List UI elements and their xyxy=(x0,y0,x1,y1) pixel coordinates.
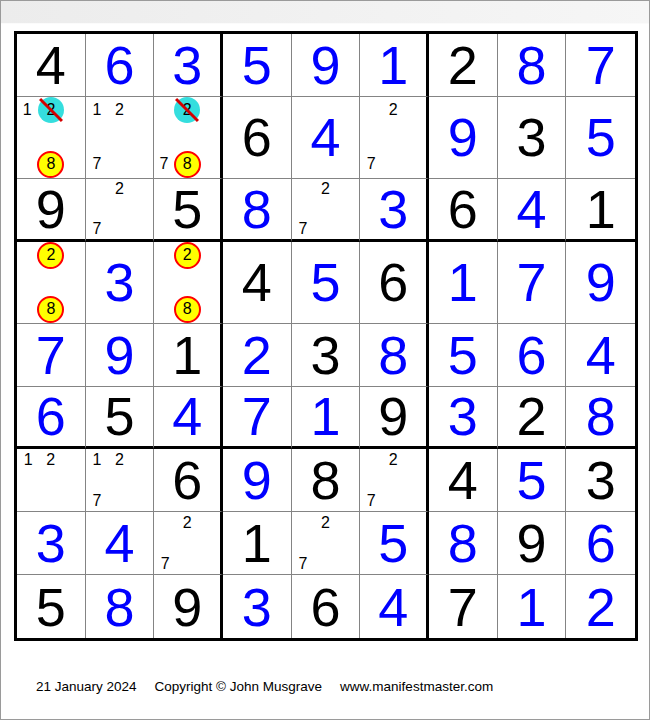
pencil-slot-8 xyxy=(108,151,131,178)
pencil-slot-1 xyxy=(86,179,109,199)
pencil-slot-6 xyxy=(62,470,85,491)
cell-r5c5[interactable]: 3 xyxy=(292,324,361,387)
cell-r3c3[interactable]: 5 xyxy=(154,179,223,242)
solved-digit: 9 xyxy=(310,38,340,92)
pencil-slot-7: 7 xyxy=(86,491,109,512)
cell-r9c1[interactable]: 5 xyxy=(17,575,86,638)
pencil-slot-5 xyxy=(40,470,63,491)
solved-digit: 6 xyxy=(516,328,546,382)
solved-digit: 8 xyxy=(104,580,134,634)
pencil-mark-7: 7 xyxy=(298,221,307,237)
pencil-mark-7: 7 xyxy=(92,156,101,172)
solved-digit: 1 xyxy=(516,580,546,634)
pencil-slot-1: 1 xyxy=(86,449,109,470)
cell-r3c6[interactable]: 3 xyxy=(360,179,429,242)
cell-r1c9[interactable]: 7 xyxy=(566,34,635,97)
cell-r6c4[interactable]: 7 xyxy=(223,387,292,450)
pencil-slot-1 xyxy=(292,512,315,533)
solved-digit: 8 xyxy=(586,389,616,443)
pencil-slot-4 xyxy=(17,269,37,296)
pencil-slot-8: 8 xyxy=(174,151,201,178)
pencil-slot-9 xyxy=(404,491,426,512)
cell-r8c9[interactable]: 6 xyxy=(566,512,635,575)
pencil-slot-3 xyxy=(198,512,220,533)
pencil-slot-2: 2 xyxy=(382,449,404,470)
cell-r4c5[interactable]: 5 xyxy=(292,242,361,324)
pencil-mark-7: 7 xyxy=(92,221,101,237)
pencil-slot-6 xyxy=(131,124,154,151)
cell-r7c9[interactable]: 3 xyxy=(566,449,635,512)
pencil-slot-9 xyxy=(64,151,84,178)
pencil-mark-2: 2 xyxy=(115,452,124,468)
given-digit: 6 xyxy=(378,255,408,309)
pencil-slot-8 xyxy=(314,554,337,575)
pencil-slot-6 xyxy=(131,199,154,219)
pencil-slot-1 xyxy=(17,242,37,269)
solved-digit: 4 xyxy=(516,182,546,236)
pencil-slot-9 xyxy=(64,296,84,323)
pencil-slot-4 xyxy=(154,269,173,296)
cell-r8c7[interactable]: 8 xyxy=(429,512,498,575)
solved-digit: 2 xyxy=(586,580,616,634)
cell-r5c9[interactable]: 4 xyxy=(566,324,635,387)
pencil-slot-6 xyxy=(64,269,84,296)
pencil-slot-5 xyxy=(108,199,131,219)
pencil-slot-3 xyxy=(131,179,154,199)
pencil-slot-7: 7 xyxy=(154,554,176,575)
solved-digit: 5 xyxy=(448,328,478,382)
pencil-slot-3 xyxy=(131,449,154,470)
cell-r7c4[interactable]: 9 xyxy=(223,449,292,512)
pencil-slot-8: 8 xyxy=(37,151,64,178)
cell-r4c1[interactable]: 28 xyxy=(17,242,86,324)
given-digit: 4 xyxy=(242,255,272,309)
pencil-mark-1: 1 xyxy=(92,102,101,118)
cell-r6c1[interactable]: 6 xyxy=(17,387,86,450)
pencil-slot-9 xyxy=(198,554,220,575)
cell-r5c8[interactable]: 6 xyxy=(498,324,567,387)
solved-digit: 7 xyxy=(516,255,546,309)
cell-r4c2[interactable]: 3 xyxy=(86,242,155,324)
cell-r1c7[interactable]: 2 xyxy=(429,34,498,97)
solved-digit: 8 xyxy=(448,516,478,570)
pencil-mark-7: 7 xyxy=(367,493,376,509)
given-digit: 1 xyxy=(242,516,272,570)
solved-digit: 8 xyxy=(242,182,272,236)
pencil-slot-3 xyxy=(62,449,85,470)
solved-digit: 3 xyxy=(378,182,408,236)
cell-r3c1[interactable]: 9 xyxy=(17,179,86,242)
cell-r9c3[interactable]: 9 xyxy=(154,575,223,638)
cell-r3c8[interactable]: 4 xyxy=(498,179,567,242)
sudoku-board: 4635912871281272786427935927582736412832… xyxy=(14,31,638,641)
pencil-grid: 12 xyxy=(17,449,85,511)
pencil-mark-7: 7 xyxy=(161,556,170,572)
given-digit: 4 xyxy=(448,453,478,507)
cell-r1c8[interactable]: 8 xyxy=(498,34,567,97)
cell-r5c6[interactable]: 8 xyxy=(360,324,429,387)
footer-website: www.manifestmaster.com xyxy=(340,679,493,694)
solved-digit: 4 xyxy=(378,580,408,634)
cell-r3c9[interactable]: 1 xyxy=(566,179,635,242)
pencil-slot-3 xyxy=(337,179,360,199)
pencil-grid: 27 xyxy=(86,179,154,239)
given-digit: 6 xyxy=(242,110,272,164)
pencil-slot-5 xyxy=(382,470,404,491)
pencil-mark-8-yellow-circle: 8 xyxy=(174,296,201,323)
pencil-mark-2-yellow-circle: 2 xyxy=(37,242,64,269)
cell-r2c5[interactable]: 4 xyxy=(292,97,361,179)
pencil-grid: 127 xyxy=(86,97,154,178)
cell-r1c2[interactable]: 6 xyxy=(86,34,155,97)
pencil-slot-9 xyxy=(404,151,426,178)
cell-r4c9[interactable]: 9 xyxy=(566,242,635,324)
cell-r7c7[interactable]: 4 xyxy=(429,449,498,512)
pencil-mark-2: 2 xyxy=(183,515,192,531)
cell-r5c4[interactable]: 2 xyxy=(223,324,292,387)
pencil-slot-5 xyxy=(314,533,337,554)
solved-digit: 3 xyxy=(36,516,66,570)
pencil-slot-1 xyxy=(360,97,382,124)
cell-r2c6[interactable]: 27 xyxy=(360,97,429,179)
cell-r2c1[interactable]: 128 xyxy=(17,97,86,179)
solved-digit: 4 xyxy=(586,328,616,382)
solved-digit: 8 xyxy=(516,38,546,92)
solved-digit: 4 xyxy=(172,389,202,443)
cell-r1c3[interactable]: 3 xyxy=(154,34,223,97)
cell-r9c2[interactable]: 8 xyxy=(86,575,155,638)
cell-r4c8[interactable]: 7 xyxy=(498,242,567,324)
footer-date: 21 January 2024 xyxy=(36,679,137,694)
given-digit: 6 xyxy=(448,182,478,236)
pencil-slot-4 xyxy=(292,199,315,219)
pencil-mark-1: 1 xyxy=(92,452,101,468)
pencil-grid: 127 xyxy=(86,449,154,511)
cell-r5c2[interactable]: 9 xyxy=(86,324,155,387)
given-digit: 1 xyxy=(586,182,616,236)
pencil-slot-9 xyxy=(62,491,85,512)
pencil-slot-1 xyxy=(154,512,176,533)
solved-digit: 4 xyxy=(310,110,340,164)
pencil-slot-2: 2 xyxy=(176,512,198,533)
pencil-slot-2: 2 xyxy=(37,242,64,269)
solved-digit: 7 xyxy=(242,389,272,443)
pencil-grid: 28 xyxy=(17,242,85,323)
pencil-mark-1: 1 xyxy=(24,452,33,468)
cell-r2c3[interactable]: 278 xyxy=(154,97,223,179)
cell-r7c2[interactable]: 127 xyxy=(86,449,155,512)
cell-r2c7[interactable]: 9 xyxy=(429,97,498,179)
pencil-slot-7: 7 xyxy=(86,151,109,178)
cell-r1c5[interactable]: 9 xyxy=(292,34,361,97)
cell-r6c8[interactable]: 2 xyxy=(498,387,567,450)
given-digit: 2 xyxy=(516,389,546,443)
pencil-slot-1 xyxy=(360,449,382,470)
pencil-slot-3 xyxy=(64,97,84,124)
cell-r8c3[interactable]: 27 xyxy=(154,512,223,575)
pencil-slot-4 xyxy=(360,124,382,151)
pencil-slot-4 xyxy=(17,124,37,151)
given-digit: 5 xyxy=(172,182,202,236)
footer: 21 January 2024 Copyright © John Musgrav… xyxy=(36,679,493,694)
cell-r7c6[interactable]: 27 xyxy=(360,449,429,512)
pencil-slot-6 xyxy=(337,199,360,219)
pencil-slot-8 xyxy=(382,151,404,178)
cell-r2c4[interactable]: 6 xyxy=(223,97,292,179)
cell-r4c7[interactable]: 1 xyxy=(429,242,498,324)
cell-r3c5[interactable]: 27 xyxy=(292,179,361,242)
given-digit: 5 xyxy=(36,580,66,634)
cell-r7c5[interactable]: 8 xyxy=(292,449,361,512)
solved-digit: 5 xyxy=(310,255,340,309)
solved-digit: 5 xyxy=(242,38,272,92)
cell-r8c4[interactable]: 1 xyxy=(223,512,292,575)
pencil-slot-2: 2 xyxy=(108,179,131,199)
solved-digit: 7 xyxy=(36,328,66,382)
pencil-slot-8 xyxy=(108,219,131,239)
cell-r8c2[interactable]: 4 xyxy=(86,512,155,575)
pencil-slot-2: 2 xyxy=(174,242,201,269)
pencil-slot-4 xyxy=(360,470,382,491)
cell-r5c3[interactable]: 1 xyxy=(154,324,223,387)
solved-digit: 5 xyxy=(586,110,616,164)
pencil-slot-3 xyxy=(131,97,154,124)
pencil-slot-2: 2 xyxy=(382,97,404,124)
pencil-slot-6 xyxy=(198,533,220,554)
cell-r3c4[interactable]: 8 xyxy=(223,179,292,242)
solved-digit: 9 xyxy=(104,328,134,382)
given-digit: 6 xyxy=(172,453,202,507)
solved-digit: 3 xyxy=(448,389,478,443)
cell-r4c6[interactable]: 6 xyxy=(360,242,429,324)
solved-digit: 7 xyxy=(586,38,616,92)
solved-digit: 8 xyxy=(378,328,408,382)
pencil-mark-2-cyan-strike: 2 xyxy=(38,97,64,123)
pencil-slot-8 xyxy=(176,554,198,575)
pencil-mark-2: 2 xyxy=(389,102,398,118)
cell-r9c4[interactable]: 3 xyxy=(223,575,292,638)
solved-digit: 2 xyxy=(242,328,272,382)
cell-r1c6[interactable]: 1 xyxy=(360,34,429,97)
cell-r8c8[interactable]: 9 xyxy=(498,512,567,575)
pencil-slot-1 xyxy=(292,179,315,199)
pencil-slot-8: 8 xyxy=(174,296,201,323)
cell-r8c5[interactable]: 27 xyxy=(292,512,361,575)
pencil-slot-5 xyxy=(314,199,337,219)
pencil-slot-8 xyxy=(108,491,131,512)
footer-copyright: Copyright © John Musgrave xyxy=(155,679,323,694)
solved-digit: 3 xyxy=(242,580,272,634)
cell-r7c3[interactable]: 6 xyxy=(154,449,223,512)
pencil-slot-3 xyxy=(201,97,220,124)
solved-digit: 9 xyxy=(586,255,616,309)
pencil-slot-2: 2 xyxy=(37,97,64,124)
solved-digit: 6 xyxy=(586,516,616,570)
cell-r6c9[interactable]: 8 xyxy=(566,387,635,450)
pencil-mark-8-yellow-circle: 8 xyxy=(37,296,64,323)
cell-r2c9[interactable]: 5 xyxy=(566,97,635,179)
cell-r6c3[interactable]: 4 xyxy=(154,387,223,450)
pencil-slot-4 xyxy=(154,533,176,554)
pencil-mark-2: 2 xyxy=(321,181,330,197)
pencil-slot-5 xyxy=(174,124,201,151)
pencil-mark-2: 2 xyxy=(115,102,124,118)
given-digit: 7 xyxy=(448,580,478,634)
pencil-slot-6 xyxy=(404,124,426,151)
solved-digit: 5 xyxy=(516,453,546,507)
pencil-slot-6 xyxy=(201,269,220,296)
given-digit: 3 xyxy=(310,328,340,382)
pencil-slot-7: 7 xyxy=(360,151,382,178)
cell-r9c8[interactable]: 1 xyxy=(498,575,567,638)
pencil-grid: 27 xyxy=(292,179,360,239)
sudoku-app-window: 4635912871281272786427935927582736412832… xyxy=(0,0,650,720)
pencil-slot-7 xyxy=(154,296,173,323)
cell-r3c2[interactable]: 27 xyxy=(86,179,155,242)
pencil-mark-2: 2 xyxy=(389,452,398,468)
given-digit: 9 xyxy=(36,182,66,236)
cell-r7c1[interactable]: 12 xyxy=(17,449,86,512)
pencil-slot-1 xyxy=(154,242,173,269)
pencil-slot-9 xyxy=(337,219,360,239)
pencil-slot-6 xyxy=(201,124,220,151)
pencil-slot-7: 7 xyxy=(360,491,382,512)
pencil-slot-1: 1 xyxy=(17,97,37,124)
pencil-slot-7: 7 xyxy=(292,219,315,239)
pencil-slot-1 xyxy=(154,97,173,124)
pencil-slot-3 xyxy=(404,449,426,470)
cell-r8c1[interactable]: 3 xyxy=(17,512,86,575)
pencil-grid: 128 xyxy=(17,97,85,178)
pencil-slot-2: 2 xyxy=(108,449,131,470)
pencil-mark-2: 2 xyxy=(46,452,55,468)
pencil-slot-9 xyxy=(131,219,154,239)
given-digit: 6 xyxy=(310,580,340,634)
pencil-slot-4 xyxy=(17,470,40,491)
cell-r1c1[interactable]: 4 xyxy=(17,34,86,97)
pencil-slot-9 xyxy=(201,151,220,178)
solved-digit: 1 xyxy=(310,389,340,443)
cell-r9c6[interactable]: 4 xyxy=(360,575,429,638)
pencil-slot-3 xyxy=(64,242,84,269)
given-digit: 9 xyxy=(172,580,202,634)
pencil-slot-8: 8 xyxy=(37,296,64,323)
pencil-grid: 278 xyxy=(154,97,220,178)
cell-r2c8[interactable]: 3 xyxy=(498,97,567,179)
pencil-slot-2: 2 xyxy=(314,512,337,533)
pencil-slot-2: 2 xyxy=(40,449,63,470)
pencil-mark-2-cyan-strike: 2 xyxy=(174,97,200,123)
pencil-slot-1: 1 xyxy=(17,449,40,470)
pencil-mark-7: 7 xyxy=(367,156,376,172)
cell-r6c7[interactable]: 3 xyxy=(429,387,498,450)
cell-r9c7[interactable]: 7 xyxy=(429,575,498,638)
pencil-slot-2: 2 xyxy=(314,179,337,199)
pencil-slot-7 xyxy=(17,296,37,323)
pencil-slot-7 xyxy=(17,151,37,178)
pencil-slot-5 xyxy=(37,124,64,151)
pencil-slot-3 xyxy=(337,512,360,533)
pencil-slot-8 xyxy=(382,491,404,512)
pencil-slot-8 xyxy=(40,491,63,512)
pencil-mark-7: 7 xyxy=(92,493,101,509)
pencil-slot-7: 7 xyxy=(86,219,109,239)
pencil-slot-5 xyxy=(176,533,198,554)
cell-r9c9[interactable]: 2 xyxy=(566,575,635,638)
pencil-mark-8-yellow-circle: 8 xyxy=(174,151,201,178)
pencil-mark-2: 2 xyxy=(115,181,124,197)
cell-r7c8[interactable]: 5 xyxy=(498,449,567,512)
solved-digit: 9 xyxy=(242,453,272,507)
cell-r8c6[interactable]: 5 xyxy=(360,512,429,575)
pencil-slot-1: 1 xyxy=(86,97,109,124)
pencil-slot-6 xyxy=(131,470,154,491)
cell-r9c5[interactable]: 6 xyxy=(292,575,361,638)
pencil-slot-2: 2 xyxy=(108,97,131,124)
pencil-slot-4 xyxy=(292,533,315,554)
solved-digit: 6 xyxy=(104,38,134,92)
pencil-mark-1: 1 xyxy=(23,102,32,118)
cell-r3c7[interactable]: 6 xyxy=(429,179,498,242)
pencil-slot-2: 2 xyxy=(174,97,201,124)
pencil-slot-9 xyxy=(131,151,154,178)
pencil-slot-3 xyxy=(201,242,220,269)
given-digit: 9 xyxy=(378,389,408,443)
given-digit: 1 xyxy=(172,328,202,382)
pencil-mark-8-yellow-circle: 8 xyxy=(37,151,64,178)
given-digit: 4 xyxy=(36,38,66,92)
pencil-grid: 28 xyxy=(154,242,220,323)
window-top-bar xyxy=(1,1,649,24)
pencil-slot-5 xyxy=(108,124,131,151)
pencil-slot-6 xyxy=(337,533,360,554)
pencil-mark-2-yellow-circle: 2 xyxy=(174,242,201,269)
solved-digit: 1 xyxy=(378,38,408,92)
cell-r6c6[interactable]: 9 xyxy=(360,387,429,450)
cell-r4c4[interactable]: 4 xyxy=(223,242,292,324)
pencil-mark-2: 2 xyxy=(321,515,330,531)
pencil-slot-8 xyxy=(314,219,337,239)
given-digit: 5 xyxy=(104,389,134,443)
cell-r5c1[interactable]: 7 xyxy=(17,324,86,387)
pencil-slot-3 xyxy=(404,97,426,124)
pencil-slot-5 xyxy=(382,124,404,151)
given-digit: 3 xyxy=(516,110,546,164)
pencil-slot-4 xyxy=(86,124,109,151)
pencil-slot-5 xyxy=(174,269,201,296)
given-digit: 9 xyxy=(516,516,546,570)
pencil-slot-5 xyxy=(37,269,64,296)
pencil-grid: 27 xyxy=(360,449,426,511)
solved-digit: 5 xyxy=(378,516,408,570)
pencil-slot-4 xyxy=(86,470,109,491)
given-digit: 8 xyxy=(310,453,340,507)
cell-r5c7[interactable]: 5 xyxy=(429,324,498,387)
given-digit: 2 xyxy=(448,38,478,92)
pencil-slot-7 xyxy=(17,491,40,512)
pencil-slot-6 xyxy=(64,124,84,151)
pencil-mark-7: 7 xyxy=(298,556,307,572)
cell-r6c5[interactable]: 1 xyxy=(292,387,361,450)
cell-r4c3[interactable]: 28 xyxy=(154,242,223,324)
pencil-slot-9 xyxy=(337,554,360,575)
pencil-grid: 27 xyxy=(154,512,220,574)
cell-r6c2[interactable]: 5 xyxy=(86,387,155,450)
pencil-slot-7: 7 xyxy=(154,151,173,178)
cell-r1c4[interactable]: 5 xyxy=(223,34,292,97)
cell-r2c2[interactable]: 127 xyxy=(86,97,155,179)
solved-digit: 1 xyxy=(448,255,478,309)
